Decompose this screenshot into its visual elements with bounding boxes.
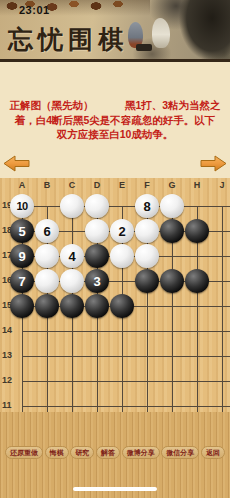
stone-black[interactable] <box>110 294 134 318</box>
right-arrow-icon <box>200 160 227 175</box>
stone-move-number: 7 <box>18 274 25 289</box>
lesson-line: 双方应接至白10成劫争。 <box>0 127 230 142</box>
next-diagram-button[interactable] <box>200 155 227 172</box>
stone-white[interactable] <box>160 194 184 218</box>
lesson-panel: 正解图（黑先劫） 黑1打、3粘为当然之 着，白4断后黑5尖是不容疏忽的好手。以下… <box>0 62 230 178</box>
home-indicator[interactable] <box>73 487 157 491</box>
lesson-line: 正解图（黑先劫） 黑1打、3粘为当然之 <box>0 98 230 113</box>
stone-white[interactable] <box>110 244 134 268</box>
stone-black[interactable] <box>135 269 159 293</box>
grid-line-horizontal <box>22 331 230 332</box>
column-label: J <box>214 180 230 190</box>
stone-white[interactable]: 10 <box>10 194 34 218</box>
restore-redo-button[interactable]: 还原重做 <box>5 446 43 459</box>
stone-black[interactable] <box>60 294 84 318</box>
app-title: 忘忧围棋 <box>8 23 128 56</box>
previous-diagram-button[interactable] <box>3 155 30 172</box>
column-label: D <box>89 180 105 190</box>
grid-line-horizontal <box>22 206 230 207</box>
row-label: 11 <box>2 400 17 410</box>
stone-black[interactable]: 5 <box>10 219 34 243</box>
stone-move-number: 6 <box>43 224 50 239</box>
wechat-share-button[interactable]: 微信分享 <box>161 446 199 459</box>
stone-black[interactable] <box>35 294 59 318</box>
stone-black[interactable]: 9 <box>10 244 34 268</box>
stone-white[interactable]: 4 <box>60 244 84 268</box>
column-label: E <box>114 180 130 190</box>
bottom-toolbar: 还原重做 悔棋 研究 解答 微博分享 微信分享 返回 <box>0 412 230 498</box>
app-screen: 23:01 忘忧围棋 正解图（黑先劫） 黑1打、3粘为当然之 着，白4断后黑5尖… <box>0 0 230 498</box>
lesson-line: 着，白4断后黑5尖是不容疏忽的好手。以下 <box>0 113 230 128</box>
go-board[interactable]: ABCDEFGHJ1918171615141312111085629473 <box>0 178 230 412</box>
stone-move-number: 2 <box>118 224 125 239</box>
stone-black[interactable] <box>85 294 109 318</box>
row-label: 13 <box>2 350 17 360</box>
column-label: H <box>189 180 205 190</box>
stone-white[interactable] <box>135 219 159 243</box>
back-button[interactable]: 返回 <box>201 446 225 459</box>
stone-move-number: 10 <box>16 200 27 212</box>
left-arrow-icon <box>3 160 30 175</box>
grid-line-horizontal <box>22 381 230 382</box>
stone-white[interactable] <box>85 194 109 218</box>
stone-white[interactable] <box>35 269 59 293</box>
stone-black[interactable] <box>185 219 209 243</box>
toolbar-buttons: 还原重做 悔棋 研究 解答 微博分享 微信分享 返回 <box>0 446 230 459</box>
painted-figure-right <box>152 18 170 48</box>
lesson-text: 正解图（黑先劫） 黑1打、3粘为当然之 着，白4断后黑5尖是不容疏忽的好手。以下… <box>0 98 230 142</box>
stone-move-number: 8 <box>143 199 150 214</box>
stone-black[interactable] <box>160 269 184 293</box>
stone-move-number: 3 <box>93 274 100 289</box>
column-label: B <box>39 180 55 190</box>
stone-white[interactable] <box>85 219 109 243</box>
stone-white[interactable]: 6 <box>35 219 59 243</box>
weibo-share-button[interactable]: 微博分享 <box>122 446 160 459</box>
row-label: 14 <box>2 325 17 335</box>
stone-black[interactable]: 3 <box>85 269 109 293</box>
stone-black[interactable]: 7 <box>10 269 34 293</box>
row-label: 12 <box>2 375 17 385</box>
column-label: A <box>14 180 30 190</box>
stone-white[interactable] <box>60 269 84 293</box>
stone-move-number: 9 <box>18 249 25 264</box>
stone-white[interactable] <box>35 244 59 268</box>
stone-move-number: 4 <box>68 249 75 264</box>
stone-move-number: 5 <box>18 224 25 239</box>
answer-button[interactable]: 解答 <box>96 446 120 459</box>
stone-white[interactable]: 8 <box>135 194 159 218</box>
grid-line-horizontal <box>22 406 230 407</box>
column-label: G <box>164 180 180 190</box>
stone-black[interactable] <box>160 219 184 243</box>
stone-black[interactable] <box>185 269 209 293</box>
stone-black[interactable] <box>10 294 34 318</box>
stone-black[interactable] <box>85 244 109 268</box>
stone-white[interactable] <box>135 244 159 268</box>
column-label: F <box>139 180 155 190</box>
title-banner: 23:01 忘忧围棋 <box>0 0 230 62</box>
stone-white[interactable]: 2 <box>110 219 134 243</box>
research-button[interactable]: 研究 <box>70 446 94 459</box>
stone-white[interactable] <box>60 194 84 218</box>
grid-line-horizontal <box>22 356 230 357</box>
column-label: C <box>64 180 80 190</box>
undo-move-button[interactable]: 悔棋 <box>45 446 69 459</box>
painted-go-board <box>136 44 152 51</box>
status-clock: 23:01 <box>19 4 50 16</box>
